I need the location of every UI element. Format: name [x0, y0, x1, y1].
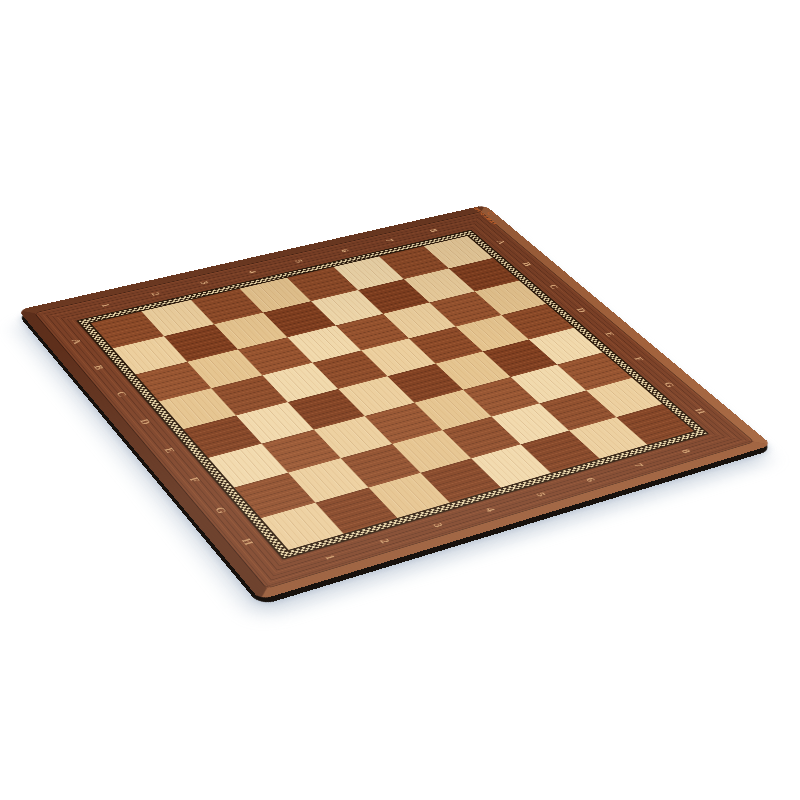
product-photo-background: WOGAMAT AABBCCDDEEFFGGHH1122334455667788: [0, 0, 800, 800]
chessboard: WOGAMAT AABBCCDDEEFFGGHH1122334455667788: [18, 205, 772, 600]
